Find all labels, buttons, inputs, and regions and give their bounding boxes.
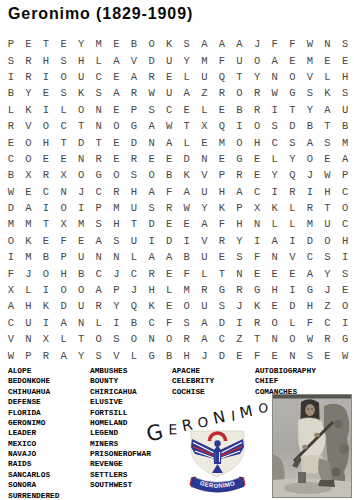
grid-cell: J (20, 265, 38, 281)
grid-cell: M (20, 216, 38, 232)
grid-cell: R (125, 85, 143, 101)
signature-letter: M (239, 404, 255, 421)
word-list-item: CELEBRITY (172, 376, 214, 386)
grid-cell: S (108, 233, 126, 249)
grid-cell: A (266, 233, 284, 249)
grid-cell: O (125, 331, 143, 347)
grid-cell: E (178, 102, 196, 118)
grid-cell: M (178, 282, 196, 298)
grid-cell: N (143, 331, 161, 347)
grid-cell: U (125, 233, 143, 249)
grid-cell: J (125, 282, 143, 298)
page-title: Geronimo (1829-1909) (8, 5, 193, 23)
grid-cell: W (2, 184, 20, 200)
grid-cell: O (319, 233, 337, 249)
grid-cell: A (143, 118, 161, 134)
grid-cell: R (213, 85, 231, 101)
grid-cell: S (55, 85, 73, 101)
grid-cell: O (284, 69, 302, 85)
grid-cell: E (108, 151, 126, 167)
grid-cell: E (266, 265, 284, 281)
grid-cell: B (37, 249, 55, 265)
grid-cell: P (213, 167, 231, 183)
word-list-item: MINERS (90, 439, 151, 449)
word-list-item: FLORIDA (8, 408, 59, 418)
grid-cell: F (248, 347, 266, 363)
grid-cell: M (196, 52, 214, 68)
grid-cell: U (72, 249, 90, 265)
grid-cell: A (266, 52, 284, 68)
word-list-item: NAVAJO (8, 449, 59, 459)
grid-cell: U (72, 298, 90, 314)
grid-cell: U (231, 52, 249, 68)
word-list-item: HOMELAND (90, 418, 151, 428)
grid-cell: K (248, 298, 266, 314)
grid-cell: L (284, 200, 302, 216)
grid-cell: H (266, 282, 284, 298)
grid-cell: A (55, 347, 73, 363)
grid-cell: E (319, 52, 337, 68)
grid-cell: H (319, 184, 337, 200)
grid-cell: W (319, 167, 337, 183)
grid-cell: I (284, 282, 302, 298)
signature-letter: E (168, 422, 177, 436)
grid-cell: H (108, 216, 126, 232)
grid-cell: T (55, 134, 73, 150)
grid-cell: C (248, 184, 266, 200)
grid-cell: R (231, 282, 249, 298)
grid-cell: D (160, 233, 178, 249)
word-list-item: AMBUSHES (90, 366, 151, 376)
grid-cell: E (108, 69, 126, 85)
grid-cell: R (160, 200, 178, 216)
grid-cell: A (143, 249, 161, 265)
grid-cell: S (178, 315, 196, 331)
grid-cell: O (266, 315, 284, 331)
grid-cell: D (2, 200, 20, 216)
grid-cell: F (213, 52, 231, 68)
grid-cell: A (108, 85, 126, 101)
grid-cell: J (319, 282, 337, 298)
grid-cell: X (37, 331, 55, 347)
grid-cell: R (284, 184, 302, 200)
grid-cell: N (284, 347, 302, 363)
grid-cell: O (90, 331, 108, 347)
grid-cell: V (20, 118, 38, 134)
grid-cell: L (196, 265, 214, 281)
grid-cell: V (284, 249, 302, 265)
grid-cell: K (20, 233, 38, 249)
grid-cell: A (231, 184, 249, 200)
grid-cell: D (178, 151, 196, 167)
grid-cell: C (90, 69, 108, 85)
grid-cell: W (266, 85, 284, 101)
word-search-grid: PETEYMEBOKSAAAJFFWNSSRHSHLAVDUYMFUOAEMEE… (2, 36, 354, 364)
grid-cell: K (178, 167, 196, 183)
grid-cell: R (37, 347, 55, 363)
signature-letter: O (258, 402, 268, 415)
signature-letter: N (212, 409, 227, 427)
grid-cell: D (55, 298, 73, 314)
grid-cell: K (20, 102, 38, 118)
grid-cell: S (90, 85, 108, 101)
grid-cell: E (160, 298, 178, 314)
grid-cell: Q (284, 167, 302, 183)
grid-cell: F (55, 233, 73, 249)
grid-cell: F (178, 265, 196, 281)
grid-cell: R (178, 331, 196, 347)
grid-cell: E (160, 265, 178, 281)
grid-cell: S (266, 118, 284, 134)
grid-cell: E (213, 249, 231, 265)
grid-cell: B (178, 249, 196, 265)
grid-cell: J (108, 265, 126, 281)
grid-cell: T (125, 216, 143, 232)
grid-cell: O (284, 331, 302, 347)
grid-cell: J (248, 36, 266, 52)
grid-cell: H (143, 282, 161, 298)
grid-cell: R (20, 52, 38, 68)
grid-cell: D (284, 118, 302, 134)
word-list-item: AUTOBIOGRAPHY (255, 366, 316, 376)
grid-cell: I (2, 249, 20, 265)
grid-cell: T (284, 102, 302, 118)
grid-cell: K (213, 200, 231, 216)
grid-cell: I (266, 102, 284, 118)
grid-cell: U (196, 298, 214, 314)
grid-cell: I (37, 315, 55, 331)
grid-cell: B (2, 167, 20, 183)
grid-cell: I (284, 233, 302, 249)
grid-cell: R (301, 200, 319, 216)
grid-cell: E (248, 167, 266, 183)
grid-cell: D (284, 298, 302, 314)
grid-cell: H (37, 52, 55, 68)
grid-cell: O (336, 200, 354, 216)
grid-cell: S (336, 265, 354, 281)
grid-cell: N (231, 265, 249, 281)
grid-cell: S (90, 216, 108, 232)
grid-cell: E (336, 282, 354, 298)
grid-cell: S (2, 52, 20, 68)
grid-cell: C (336, 216, 354, 232)
word-list-column-2: AMBUSHESBOUNTYCHIRICAHUAELUSIVEFORTSILLH… (90, 366, 151, 491)
grid-cell: K (143, 298, 161, 314)
grid-cell: T (319, 118, 337, 134)
grid-cell: Z (231, 331, 249, 347)
grid-cell: I (143, 233, 161, 249)
grid-cell: Y (266, 167, 284, 183)
grid-cell: M (20, 249, 38, 265)
grid-cell: P (336, 167, 354, 183)
grid-cell: B (125, 36, 143, 52)
grid-cell: L (160, 282, 178, 298)
grid-cell: E (213, 102, 231, 118)
grid-cell: P (2, 36, 20, 52)
grid-cell: T (178, 118, 196, 134)
grid-cell: X (55, 167, 73, 183)
grid-cell: J (301, 167, 319, 183)
regiment-insignia: GERONIMO (188, 430, 247, 494)
grid-cell: Z (319, 298, 337, 314)
grid-cell: U (319, 216, 337, 232)
grid-cell: R (248, 85, 266, 101)
grid-cell: H (248, 134, 266, 150)
grid-cell: H (231, 216, 249, 232)
grid-cell: F (284, 36, 302, 52)
word-list-item: PRISONEROFWAR (90, 449, 151, 459)
grid-cell: N (319, 36, 337, 52)
grid-cell: N (266, 331, 284, 347)
grid-cell: I (37, 69, 55, 85)
word-list-item: FORTSILL (90, 408, 151, 418)
grid-cell: D (143, 52, 161, 68)
grid-cell: C (37, 184, 55, 200)
grid-cell: I (178, 233, 196, 249)
grid-cell: U (196, 69, 214, 85)
grid-cell: R (231, 167, 249, 183)
grid-cell: F (160, 184, 178, 200)
grid-cell: V (196, 233, 214, 249)
grid-cell: E (37, 151, 55, 167)
grid-cell: Q (213, 118, 231, 134)
grid-cell: W (301, 36, 319, 52)
word-list-item: BEDONKOHE (8, 376, 59, 386)
grid-cell: S (336, 36, 354, 52)
word-list-item: REVENGE (90, 459, 151, 469)
grid-cell: A (231, 36, 249, 52)
word-list-item: DEFENSE (8, 397, 59, 407)
grid-cell: S (336, 85, 354, 101)
grid-cell: T (90, 134, 108, 150)
grid-cell: K (72, 85, 90, 101)
grid-cell: Y (231, 233, 249, 249)
grid-cell: I (2, 69, 20, 85)
grid-cell: A (160, 249, 178, 265)
grid-cell: B (125, 315, 143, 331)
grid-cell: E (284, 52, 302, 68)
insignia-banner: GERONIMO (190, 477, 246, 493)
grid-cell: E (20, 184, 38, 200)
grid-cell: L (125, 347, 143, 363)
grid-cell: E (160, 151, 178, 167)
grid-cell: A (2, 298, 20, 314)
grid-cell: Z (196, 85, 214, 101)
grid-cell: G (284, 85, 302, 101)
grid-cell: R (143, 69, 161, 85)
grid-cell: O (20, 151, 38, 167)
grid-cell: O (108, 167, 126, 183)
grid-cell: G (125, 118, 143, 134)
grid-cell: S (213, 298, 231, 314)
word-list-item: SETTLERS (90, 470, 151, 480)
grid-cell: E (37, 233, 55, 249)
grid-cell: R (108, 184, 126, 200)
grid-cell: Y (319, 265, 337, 281)
grid-cell: S (231, 249, 249, 265)
grid-cell: A (319, 102, 337, 118)
word-list-item: LEGEND (90, 428, 151, 438)
grid-cell: O (231, 134, 249, 150)
grid-cell: C (319, 315, 337, 331)
grid-cell: S (108, 331, 126, 347)
grid-cell: I (108, 315, 126, 331)
grid-cell: S (55, 52, 73, 68)
grid-cell: C (143, 315, 161, 331)
signature-letter: O (197, 415, 208, 429)
word-list-column-1: ALOPEBEDONKOHECHIHUAHUADEFENSEFLORIDAGER… (8, 366, 59, 500)
grid-cell: O (72, 167, 90, 183)
grid-cell: N (90, 118, 108, 134)
grid-cell: O (248, 52, 266, 68)
grid-cell: V (125, 52, 143, 68)
grid-cell: R (20, 69, 38, 85)
grid-cell: U (20, 315, 38, 331)
grid-cell: H (336, 233, 354, 249)
grid-cell: E (160, 216, 178, 232)
grid-cell: W (2, 347, 20, 363)
worksheet: { "game": "word-search", "title": "Geron… (0, 0, 354, 500)
grid-cell: E (160, 69, 178, 85)
grid-cell: T (231, 69, 249, 85)
grid-cell: O (231, 85, 249, 101)
grid-cell: I (37, 102, 55, 118)
grid-cell: N (266, 249, 284, 265)
grid-cell: A (55, 315, 73, 331)
grid-cell: E (108, 134, 126, 150)
grid-cell: H (213, 184, 231, 200)
grid-cell: S (284, 134, 302, 150)
grid-cell: T (319, 200, 337, 216)
grid-cell: A (178, 85, 196, 101)
grid-cell: P (125, 102, 143, 118)
grid-cell: E (248, 151, 266, 167)
grid-cell: C (55, 118, 73, 134)
grid-cell: N (266, 69, 284, 85)
grid-cell: P (90, 200, 108, 216)
grid-cell: Y (20, 85, 38, 101)
grid-cell: P (108, 282, 126, 298)
grid-cell: F (213, 216, 231, 232)
grid-cell: E (196, 134, 214, 150)
grid-cell: L (266, 151, 284, 167)
grid-cell: W (301, 331, 319, 347)
grid-cell: A (108, 52, 126, 68)
grid-cell: N (72, 151, 90, 167)
grid-cell: O (55, 282, 73, 298)
grid-cell: U (160, 85, 178, 101)
grid-cell: U (196, 249, 214, 265)
grid-cell: E (55, 151, 73, 167)
grid-cell: G (90, 167, 108, 183)
grid-cell: U (125, 200, 143, 216)
grid-cell: S (125, 167, 143, 183)
grid-cell: U (196, 184, 214, 200)
grid-cell: D (213, 315, 231, 331)
word-list-item: SURRENDERED (8, 491, 59, 500)
grid-cell: I (301, 184, 319, 200)
grid-cell: O (37, 265, 55, 281)
grid-cell: E (336, 52, 354, 68)
grid-cell: J (231, 298, 249, 314)
grid-cell: I (72, 200, 90, 216)
grid-cell: A (196, 216, 214, 232)
grid-cell: L (178, 134, 196, 150)
signature-letter: I (230, 409, 235, 423)
grid-cell: S (143, 200, 161, 216)
grid-cell: W (143, 85, 161, 101)
grid-cell: I (248, 233, 266, 249)
grid-cell: R (90, 151, 108, 167)
grid-cell: O (2, 233, 20, 249)
grid-cell: R (125, 151, 143, 167)
grid-cell: Y (248, 69, 266, 85)
grid-cell: H (72, 52, 90, 68)
grid-cell: E (319, 151, 337, 167)
grid-cell: A (336, 151, 354, 167)
grid-cell: A (143, 184, 161, 200)
grid-cell: E (266, 347, 284, 363)
grid-cell: H (37, 134, 55, 150)
grid-cell: P (20, 347, 38, 363)
grid-cell: B (2, 85, 20, 101)
grid-cell: L (178, 69, 196, 85)
grid-cell: F (301, 315, 319, 331)
grid-cell: O (55, 200, 73, 216)
grid-cell: I (266, 184, 284, 200)
grid-cell: A (196, 331, 214, 347)
grid-cell: B (231, 102, 249, 118)
grid-cell: W (160, 118, 178, 134)
grid-cell: N (196, 151, 214, 167)
grid-cell: O (178, 298, 196, 314)
geronimo-photo (272, 394, 352, 498)
grid-cell: C (2, 315, 20, 331)
word-list-item: SONORA (8, 480, 59, 490)
grid-cell: F (248, 249, 266, 265)
grid-cell: S (178, 36, 196, 52)
grid-cell: W (336, 347, 354, 363)
grid-cell: D (125, 134, 143, 150)
grid-cell: M (2, 216, 20, 232)
grid-cell: C (90, 265, 108, 281)
grid-cell: A (90, 233, 108, 249)
grid-cell: E (231, 347, 249, 363)
grid-cell: S (143, 102, 161, 118)
word-list-item: SOUTHWEST (90, 480, 151, 490)
grid-cell: L (125, 249, 143, 265)
grid-cell: P (231, 200, 249, 216)
grid-cell: V (2, 331, 20, 347)
grid-cell: C (213, 331, 231, 347)
grid-cell: L (319, 69, 337, 85)
grid-cell: S (301, 347, 319, 363)
grid-cell: Y (301, 102, 319, 118)
grid-cell: L (266, 216, 284, 232)
grid-cell: A (20, 200, 38, 216)
grid-cell: B (336, 118, 354, 134)
grid-cell: F (266, 36, 284, 52)
grid-cell: B (160, 347, 178, 363)
grid-cell: J (72, 184, 90, 200)
grid-cell: N (108, 249, 126, 265)
grid-cell: L (90, 52, 108, 68)
grid-cell: Q (125, 298, 143, 314)
grid-cell: S (301, 85, 319, 101)
grid-cell: T (37, 216, 55, 232)
grid-cell: N (20, 331, 38, 347)
grid-cell: D (213, 347, 231, 363)
